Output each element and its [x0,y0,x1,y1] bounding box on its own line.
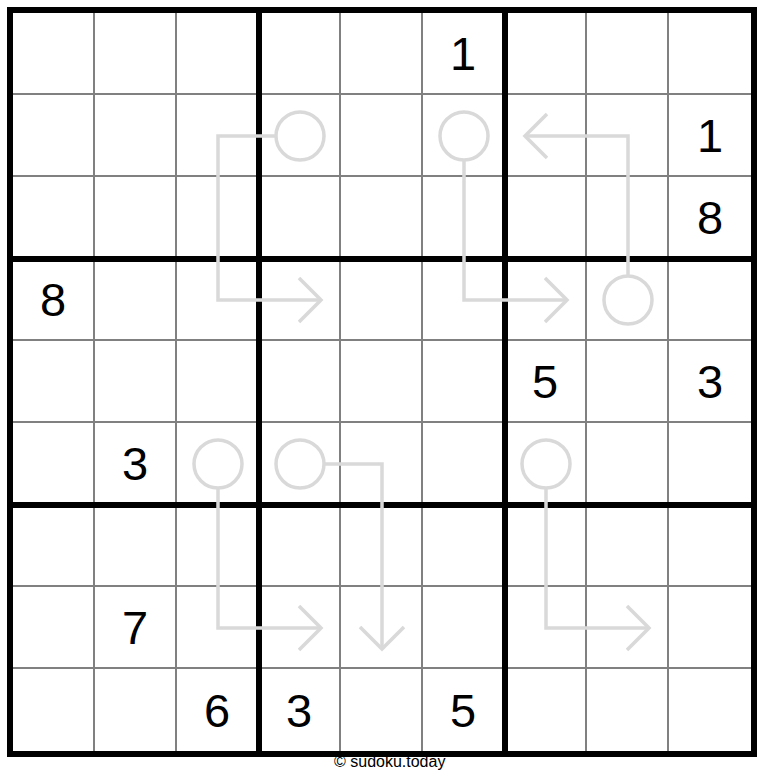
cell-r9c9[interactable] [669,669,751,751]
cell-r2c6[interactable] [423,95,505,177]
cell-r7c5[interactable] [341,505,423,587]
cell-r4c7[interactable] [505,259,587,341]
cell-r4c1[interactable]: 8 [13,259,95,341]
cell-r5c5[interactable] [341,341,423,423]
box-border-horizontal-2 [13,502,751,508]
cell-r2c1[interactable] [13,95,95,177]
cell-r7c2[interactable] [95,505,177,587]
cell-r7c7[interactable] [505,505,587,587]
cell-r1c5[interactable] [341,13,423,95]
cell-r2c4[interactable] [259,95,341,177]
cell-r3c1[interactable] [13,177,95,259]
cell-r6c5[interactable] [341,423,423,505]
cell-r2c3[interactable] [177,95,259,177]
cell-r6c7[interactable] [505,423,587,505]
cell-r8c1[interactable] [13,587,95,669]
copyright-text: © sudoku.today [334,753,445,771]
cell-r3c2[interactable] [95,177,177,259]
cell-r6c8[interactable] [587,423,669,505]
cell-r7c6[interactable] [423,505,505,587]
cell-r3c9[interactable]: 8 [669,177,751,259]
cell-r1c7[interactable] [505,13,587,95]
cell-r5c6[interactable] [423,341,505,423]
cell-r8c6[interactable] [423,587,505,669]
cell-r2c5[interactable] [341,95,423,177]
cell-r9c7[interactable] [505,669,587,751]
cell-r5c1[interactable] [13,341,95,423]
cell-r9c4[interactable]: 3 [259,669,341,751]
cell-r8c4[interactable] [259,587,341,669]
cell-r1c3[interactable] [177,13,259,95]
cell-r9c5[interactable] [341,669,423,751]
cell-r3c5[interactable] [341,177,423,259]
cell-r9c1[interactable] [13,669,95,751]
cell-r6c3[interactable] [177,423,259,505]
cell-r5c2[interactable] [95,341,177,423]
cell-r4c2[interactable] [95,259,177,341]
cell-r7c3[interactable] [177,505,259,587]
box-border-vertical-1 [256,13,262,751]
cell-r2c7[interactable] [505,95,587,177]
cell-r3c3[interactable] [177,177,259,259]
cell-r1c6[interactable]: 1 [423,13,505,95]
cell-r4c6[interactable] [423,259,505,341]
box-border-vertical-2 [502,13,508,751]
cell-r7c9[interactable] [669,505,751,587]
cell-r5c9[interactable]: 3 [669,341,751,423]
cell-r8c9[interactable] [669,587,751,669]
cell-r8c7[interactable] [505,587,587,669]
cell-r6c1[interactable] [13,423,95,505]
cell-r9c6[interactable]: 5 [423,669,505,751]
cell-r3c8[interactable] [587,177,669,259]
cell-r3c7[interactable] [505,177,587,259]
cell-r4c9[interactable] [669,259,751,341]
cell-r5c3[interactable] [177,341,259,423]
cell-r7c8[interactable] [587,505,669,587]
cell-r5c8[interactable] [587,341,669,423]
cell-r1c1[interactable] [13,13,95,95]
cell-r9c3[interactable]: 6 [177,669,259,751]
cell-r8c2[interactable]: 7 [95,587,177,669]
cell-r5c4[interactable] [259,341,341,423]
cell-r1c4[interactable] [259,13,341,95]
cell-r2c9[interactable]: 1 [669,95,751,177]
cell-grid: 11885337635 [13,13,751,751]
cell-r1c2[interactable] [95,13,177,95]
cell-r4c8[interactable] [587,259,669,341]
sudoku-board: 11885337635 [7,7,757,757]
cell-r4c4[interactable] [259,259,341,341]
cell-r3c6[interactable] [423,177,505,259]
cell-r7c1[interactable] [13,505,95,587]
cell-r6c4[interactable] [259,423,341,505]
cell-r8c3[interactable] [177,587,259,669]
cell-r8c5[interactable] [341,587,423,669]
cell-r5c7[interactable]: 5 [505,341,587,423]
cell-r2c2[interactable] [95,95,177,177]
cell-r1c9[interactable] [669,13,751,95]
cell-r6c9[interactable] [669,423,751,505]
arrow-sudoku-page: 11885337635 © sudoku.today [0,0,767,777]
cell-r6c6[interactable] [423,423,505,505]
cell-r9c8[interactable] [587,669,669,751]
cell-r1c8[interactable] [587,13,669,95]
cell-r6c2[interactable]: 3 [95,423,177,505]
cell-r4c5[interactable] [341,259,423,341]
cell-r2c8[interactable] [587,95,669,177]
cell-r8c8[interactable] [587,587,669,669]
cell-r4c3[interactable] [177,259,259,341]
cell-r3c4[interactable] [259,177,341,259]
box-border-horizontal-1 [13,256,751,262]
cell-r9c2[interactable] [95,669,177,751]
cell-r7c4[interactable] [259,505,341,587]
